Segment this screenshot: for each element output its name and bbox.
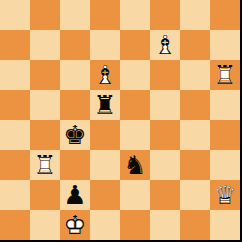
square-g4[interactable]: [180, 120, 210, 150]
white-bishop-fill: ♝: [150, 30, 180, 60]
square-g3[interactable]: [180, 150, 210, 180]
square-h2[interactable]: ♛♕: [210, 180, 240, 210]
square-e3[interactable]: ♞: [120, 150, 150, 180]
square-h8[interactable]: [210, 0, 240, 30]
square-e7[interactable]: [120, 30, 150, 60]
square-b5[interactable]: [30, 90, 60, 120]
square-d1[interactable]: [90, 210, 120, 240]
square-a1[interactable]: [0, 210, 30, 240]
square-b4[interactable]: [30, 120, 60, 150]
square-e1[interactable]: [120, 210, 150, 240]
square-e6[interactable]: [120, 60, 150, 90]
white-rook: ♖: [30, 150, 60, 180]
square-d4[interactable]: [90, 120, 120, 150]
white-bishop-fill: ♝: [90, 60, 120, 90]
square-g6[interactable]: [180, 60, 210, 90]
square-d2[interactable]: [90, 180, 120, 210]
square-e5[interactable]: [120, 90, 150, 120]
white-bishop: ♗: [150, 30, 180, 60]
square-a2[interactable]: [0, 180, 30, 210]
square-f3[interactable]: [150, 150, 180, 180]
white-king-fill: ♚: [60, 210, 90, 240]
square-a6[interactable]: [0, 60, 30, 90]
square-a8[interactable]: [0, 0, 30, 30]
square-b6[interactable]: [30, 60, 60, 90]
square-c5[interactable]: [60, 90, 90, 120]
black-rook: ♜: [90, 90, 120, 120]
square-c6[interactable]: [60, 60, 90, 90]
square-c2[interactable]: ♟: [60, 180, 90, 210]
square-a4[interactable]: [0, 120, 30, 150]
square-d7[interactable]: [90, 30, 120, 60]
square-c7[interactable]: [60, 30, 90, 60]
square-d5[interactable]: ♜: [90, 90, 120, 120]
square-h6[interactable]: ♜♖: [210, 60, 240, 90]
white-rook-fill: ♜: [210, 60, 240, 90]
square-h3[interactable]: [210, 150, 240, 180]
square-b7[interactable]: [30, 30, 60, 60]
square-g2[interactable]: [180, 180, 210, 210]
square-c4[interactable]: ♚: [60, 120, 90, 150]
square-b3[interactable]: ♜♖: [30, 150, 60, 180]
square-f5[interactable]: [150, 90, 180, 120]
black-king: ♚: [60, 120, 90, 150]
square-h4[interactable]: [210, 120, 240, 150]
square-b8[interactable]: [30, 0, 60, 30]
square-c8[interactable]: [60, 0, 90, 30]
white-bishop: ♗: [90, 60, 120, 90]
square-g7[interactable]: [180, 30, 210, 60]
square-f8[interactable]: [150, 0, 180, 30]
square-b1[interactable]: [30, 210, 60, 240]
chess-board: ♝♗♝♗♜♖♜♚♜♖♞♟♛♕♚♔: [0, 0, 242, 242]
square-h1[interactable]: [210, 210, 240, 240]
white-rook: ♖: [210, 60, 240, 90]
square-f6[interactable]: [150, 60, 180, 90]
square-d6[interactable]: ♝♗: [90, 60, 120, 90]
black-pawn: ♟: [60, 180, 90, 210]
square-e2[interactable]: [120, 180, 150, 210]
square-a3[interactable]: [0, 150, 30, 180]
square-a7[interactable]: [0, 30, 30, 60]
black-knight: ♞: [120, 150, 150, 180]
white-king: ♔: [60, 210, 90, 240]
square-g8[interactable]: [180, 0, 210, 30]
square-c1[interactable]: ♚♔: [60, 210, 90, 240]
square-f4[interactable]: [150, 120, 180, 150]
square-d8[interactable]: [90, 0, 120, 30]
square-e4[interactable]: [120, 120, 150, 150]
square-f2[interactable]: [150, 180, 180, 210]
white-queen: ♕: [210, 180, 240, 210]
square-d3[interactable]: [90, 150, 120, 180]
square-h7[interactable]: [210, 30, 240, 60]
white-queen-fill: ♛: [210, 180, 240, 210]
square-h5[interactable]: [210, 90, 240, 120]
square-b2[interactable]: [30, 180, 60, 210]
white-rook-fill: ♜: [30, 150, 60, 180]
square-f7[interactable]: ♝♗: [150, 30, 180, 60]
square-e8[interactable]: [120, 0, 150, 30]
square-g5[interactable]: [180, 90, 210, 120]
square-c3[interactable]: [60, 150, 90, 180]
square-a5[interactable]: [0, 90, 30, 120]
square-g1[interactable]: [180, 210, 210, 240]
square-f1[interactable]: [150, 210, 180, 240]
